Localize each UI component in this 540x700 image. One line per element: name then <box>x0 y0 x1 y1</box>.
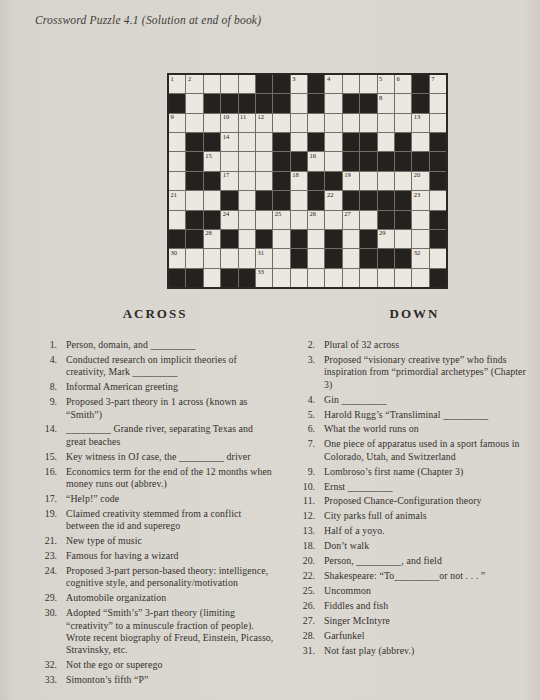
clue-number: 16. <box>35 466 57 491</box>
clue-text: Gin _________ <box>324 394 536 406</box>
white-cell[interactable]: 5 <box>378 75 394 93</box>
white-cell[interactable] <box>239 249 255 267</box>
clue-number: 27. <box>293 615 315 627</box>
clue-item: 4.Gin _________ <box>293 394 536 406</box>
black-cell <box>291 230 307 248</box>
cell-number: 11 <box>240 113 246 121</box>
clue-number: 25. <box>293 585 315 597</box>
white-cell[interactable] <box>325 114 341 132</box>
cell-number: 13 <box>414 113 421 121</box>
white-cell[interactable] <box>360 114 376 132</box>
clue-item: 3.Proposed “visionary creative type” who… <box>293 354 536 391</box>
white-cell[interactable]: 24 <box>221 211 237 229</box>
black-cell <box>360 94 376 112</box>
clue-item: 27.Singer McIntyre <box>293 615 536 627</box>
white-cell[interactable] <box>308 230 324 248</box>
white-cell[interactable] <box>360 269 376 287</box>
black-cell <box>412 94 428 112</box>
black-cell <box>360 249 376 267</box>
white-cell[interactable]: 13 <box>412 114 428 132</box>
black-cell <box>430 133 446 151</box>
clue-text: Not the ego or superego <box>66 659 275 671</box>
white-cell[interactable] <box>325 94 341 112</box>
clue-text: Informal American greeting <box>66 381 275 393</box>
clue-text: One piece of apparatus used in a sport f… <box>324 438 536 463</box>
white-cell[interactable] <box>395 114 411 132</box>
clue-number: 22. <box>293 570 315 582</box>
clue-text: Uncommon <box>324 585 536 597</box>
clue-number: 12. <box>293 510 315 522</box>
white-cell[interactable] <box>291 211 307 229</box>
white-cell[interactable]: 2 <box>186 75 202 93</box>
clue-item: 30.Adopted “Smith’s” 3-part theory (limi… <box>35 607 275 657</box>
white-cell[interactable] <box>204 114 220 132</box>
white-cell[interactable] <box>169 152 185 170</box>
clue-number: 33. <box>35 674 57 686</box>
white-cell[interactable] <box>378 114 394 132</box>
clue-text: Don’t walk <box>324 540 536 552</box>
black-cell <box>308 94 324 112</box>
white-cell[interactable] <box>325 269 341 287</box>
clue-item: 2.Plural of 32 across <box>293 339 536 351</box>
black-cell <box>273 94 289 112</box>
white-cell[interactable] <box>343 230 359 248</box>
clue-text: Harold Rugg’s “Transliminal _________ <box>324 409 536 421</box>
white-cell[interactable]: 26 <box>308 211 324 229</box>
cell-number: 4 <box>327 75 330 83</box>
clue-text: New type of music <box>66 535 275 547</box>
clue-text: Half of a yoyo. <box>324 525 536 537</box>
clue-number: 21. <box>35 535 57 547</box>
clue-number: 32. <box>35 659 57 671</box>
down-section: DOWN 2.Plural of 32 across3.Proposed “vi… <box>293 306 536 659</box>
black-cell <box>395 191 411 209</box>
white-cell[interactable] <box>412 230 428 248</box>
clue-item: 9.Lombroso’s first name (Chapter 3) <box>293 466 536 478</box>
black-cell <box>273 152 289 170</box>
white-cell[interactable] <box>343 269 359 287</box>
white-cell[interactable] <box>308 269 324 287</box>
white-cell[interactable]: 10 <box>221 114 237 132</box>
cell-number: 24 <box>223 210 230 218</box>
white-cell[interactable] <box>343 249 359 267</box>
cell-number: 5 <box>379 75 382 83</box>
white-cell[interactable] <box>204 75 220 93</box>
clue-text: Not fast play (abbrev.) <box>324 645 536 657</box>
white-cell[interactable]: 12 <box>256 114 272 132</box>
clue-text: Shakespeare: “To_________or not . . . ” <box>324 570 536 582</box>
white-cell[interactable]: 21 <box>169 191 185 209</box>
cell-number: 25 <box>275 210 282 218</box>
clue-text: Proposed 3-part person-based theory: int… <box>66 565 275 590</box>
cell-number: 16 <box>310 152 317 160</box>
white-cell[interactable]: 9 <box>169 114 185 132</box>
white-cell[interactable] <box>378 133 394 151</box>
black-cell <box>273 75 289 93</box>
cell-number: 31 <box>257 249 264 257</box>
down-clue-list: 2.Plural of 32 across3.Proposed “visiona… <box>293 339 536 657</box>
white-cell[interactable] <box>256 172 272 190</box>
clue-text: Person, domain, and _________ <box>66 339 275 351</box>
clue-item: 25.Uncommon <box>293 585 536 597</box>
black-cell <box>430 230 446 248</box>
white-cell[interactable]: 32 <box>412 249 428 267</box>
white-cell[interactable] <box>325 133 341 151</box>
clue-number: 3. <box>293 354 315 391</box>
white-cell[interactable]: 7 <box>430 75 446 93</box>
clue-item: 16.Economics term for the end of the 12 … <box>35 466 275 491</box>
clue-number: 8. <box>35 381 57 393</box>
black-cell <box>343 133 359 151</box>
clue-text: Proposed “visionary creative type” who f… <box>324 354 536 391</box>
clue-item: 29.Automobile organization <box>35 592 275 604</box>
white-cell[interactable] <box>186 114 202 132</box>
clue-number: 15. <box>35 451 57 463</box>
white-cell[interactable] <box>256 152 272 170</box>
clue-item: 4.Conducted research on implicit theorie… <box>35 354 275 379</box>
black-cell <box>430 269 446 287</box>
black-cell <box>204 172 220 190</box>
white-cell[interactable] <box>291 269 307 287</box>
cell-number: 33 <box>257 268 264 276</box>
clue-item: 15.Key witness in OJ case, the _________… <box>35 451 275 463</box>
clue-item: 18.Don’t walk <box>293 540 536 552</box>
white-cell[interactable]: 19 <box>343 172 359 190</box>
black-cell <box>395 152 411 170</box>
black-cell <box>169 230 185 248</box>
black-cell <box>169 94 185 112</box>
white-cell[interactable] <box>273 249 289 267</box>
black-cell <box>221 191 237 209</box>
white-cell[interactable] <box>412 133 428 151</box>
white-cell[interactable] <box>378 172 394 190</box>
white-cell[interactable] <box>291 114 307 132</box>
black-cell <box>308 191 324 209</box>
clue-item: 31.Not fast play (abbrev.) <box>293 645 536 657</box>
white-cell[interactable] <box>412 211 428 229</box>
white-cell[interactable] <box>430 249 446 267</box>
white-cell[interactable] <box>239 75 255 93</box>
black-cell <box>204 211 220 229</box>
white-cell[interactable] <box>291 133 307 151</box>
white-cell[interactable] <box>221 249 237 267</box>
clue-text: Automobile organization <box>66 592 275 604</box>
clue-item: 28.Garfunkel <box>293 630 536 642</box>
black-cell <box>343 94 359 112</box>
white-cell[interactable] <box>291 191 307 209</box>
white-cell[interactable] <box>343 75 359 93</box>
black-cell <box>360 133 376 151</box>
black-cell <box>186 230 202 248</box>
white-cell[interactable] <box>204 191 220 209</box>
black-cell <box>395 249 411 267</box>
clue-item: 24.Proposed 3-part person-based theory: … <box>35 565 275 590</box>
white-cell[interactable] <box>412 269 428 287</box>
black-cell <box>221 230 237 248</box>
clue-number: 4. <box>293 394 315 406</box>
black-cell <box>239 94 255 112</box>
clue-item: 12.City parks full of animals <box>293 510 536 522</box>
black-cell <box>221 269 237 287</box>
white-cell[interactable]: 11 <box>239 114 255 132</box>
black-cell <box>169 269 185 287</box>
clue-item: 13.Half of a yoyo. <box>293 525 536 537</box>
white-cell[interactable] <box>169 133 185 151</box>
white-cell[interactable] <box>204 269 220 287</box>
black-cell <box>378 152 394 170</box>
down-header: DOWN <box>293 306 536 322</box>
clue-number: 14. <box>35 423 57 448</box>
cell-number: 14 <box>223 133 230 141</box>
white-cell[interactable] <box>343 114 359 132</box>
clue-text: “Help!” code <box>66 493 275 505</box>
clue-number: 9. <box>35 396 57 421</box>
white-cell[interactable]: 14 <box>221 133 237 151</box>
clue-number: 1. <box>35 339 57 351</box>
white-cell[interactable] <box>169 211 185 229</box>
cell-number: 3 <box>292 75 295 83</box>
black-cell <box>308 133 324 151</box>
cell-number: 2 <box>188 75 191 83</box>
cell-number: 9 <box>171 113 174 121</box>
clue-number: 26. <box>293 600 315 612</box>
white-cell[interactable] <box>186 191 202 209</box>
white-cell[interactable]: 1 <box>169 75 185 93</box>
white-cell[interactable] <box>273 269 289 287</box>
white-cell[interactable] <box>186 249 202 267</box>
white-cell[interactable] <box>239 211 255 229</box>
clue-text: Adopted “Smith’s” 3-part theory (limitin… <box>66 607 275 657</box>
cell-number: 29 <box>379 229 386 237</box>
cell-number: 8 <box>379 94 382 102</box>
white-cell[interactable] <box>239 152 255 170</box>
white-cell[interactable]: 31 <box>256 249 272 267</box>
clue-text: Garfunkel <box>324 630 536 642</box>
white-cell[interactable] <box>360 172 376 190</box>
cell-number: 26 <box>310 210 317 218</box>
across-header: ACROSS <box>35 306 275 322</box>
white-cell[interactable]: 28 <box>204 230 220 248</box>
clue-number: 24. <box>35 565 57 590</box>
clue-number: 7. <box>293 438 315 463</box>
clue-number: 2. <box>293 339 315 351</box>
clue-number: 30. <box>35 607 57 657</box>
clue-text: Singer McIntyre <box>324 615 536 627</box>
black-cell <box>395 133 411 151</box>
clue-item: 21.New type of music <box>35 535 275 547</box>
clue-number: 10. <box>293 481 315 493</box>
black-cell <box>204 94 220 112</box>
black-cell <box>412 152 428 170</box>
across-clue-list: 1.Person, domain, and _________4.Conduct… <box>35 339 275 687</box>
black-cell <box>430 172 446 190</box>
black-cell <box>430 152 446 170</box>
black-cell <box>256 230 272 248</box>
black-cell <box>186 211 202 229</box>
white-cell[interactable] <box>291 94 307 112</box>
clue-number: 20. <box>293 555 315 567</box>
white-cell[interactable] <box>395 172 411 190</box>
clue-text: What the world runs on <box>324 423 536 435</box>
white-cell[interactable]: 25 <box>273 211 289 229</box>
white-cell[interactable] <box>221 152 237 170</box>
clue-text: _________ Grande river, separating Texas… <box>66 423 275 448</box>
clue-number: 19. <box>35 508 57 533</box>
clue-text: City parks full of animals <box>324 510 536 522</box>
clue-item: 5.Harold Rugg’s “Transliminal _________ <box>293 409 536 421</box>
black-cell <box>378 249 394 267</box>
white-cell[interactable] <box>360 75 376 93</box>
cell-number: 10 <box>223 113 230 121</box>
clue-item: 6.What the world runs on <box>293 423 536 435</box>
white-cell[interactable]: 16 <box>308 152 324 170</box>
black-cell <box>360 230 376 248</box>
clue-text: Lombroso’s first name (Chapter 3) <box>324 466 536 478</box>
cell-number: 15 <box>205 152 212 160</box>
clue-number: 18. <box>293 540 315 552</box>
white-cell[interactable] <box>395 94 411 112</box>
white-cell[interactable]: 17 <box>221 172 237 190</box>
cell-number: 23 <box>414 191 421 199</box>
clue-text: Economics term for the end of the 12 mon… <box>66 466 275 491</box>
white-cell[interactable] <box>430 191 446 209</box>
black-cell <box>343 191 359 209</box>
white-cell[interactable] <box>308 114 324 132</box>
cell-number: 12 <box>257 113 264 121</box>
white-cell[interactable] <box>186 94 202 112</box>
cell-number: 17 <box>223 171 230 179</box>
clue-item: 10.Ernst _________ <box>293 481 536 493</box>
white-cell[interactable] <box>325 152 341 170</box>
white-cell[interactable]: 20 <box>412 172 428 190</box>
white-cell[interactable] <box>239 191 255 209</box>
clue-item: 22.Shakespeare: “To_________or not . . .… <box>293 570 536 582</box>
white-cell[interactable] <box>430 114 446 132</box>
clue-number: 23. <box>35 550 57 562</box>
clue-item: 14._________ Grande river, separating Te… <box>35 423 275 448</box>
white-cell[interactable] <box>395 269 411 287</box>
cell-number: 20 <box>414 171 421 179</box>
black-cell <box>256 94 272 112</box>
white-cell[interactable]: 18 <box>291 172 307 190</box>
clue-item: 11.Proposed Chance-Configuration theory <box>293 495 536 507</box>
white-cell[interactable] <box>273 230 289 248</box>
white-cell[interactable]: 3 <box>291 75 307 93</box>
crossword-grid: 1234567891011121314151617181920212223242… <box>167 73 448 289</box>
clue-number: 5. <box>293 409 315 421</box>
clue-text: Plural of 32 across <box>324 339 536 351</box>
cell-number: 21 <box>171 191 178 199</box>
white-cell[interactable]: 27 <box>343 211 359 229</box>
white-cell[interactable] <box>221 75 237 93</box>
clue-text: Conducted research on implicit theories … <box>66 354 275 379</box>
clue-text: Claimed creativity stemmed from a confli… <box>66 508 275 533</box>
white-cell[interactable]: 30 <box>169 249 185 267</box>
cell-number: 30 <box>171 249 178 257</box>
cell-number: 7 <box>431 75 434 83</box>
cell-number: 19 <box>344 171 351 179</box>
clue-text: Person, _________, and field <box>324 555 536 567</box>
black-cell <box>204 133 220 151</box>
black-cell <box>395 211 411 229</box>
white-cell[interactable] <box>239 172 255 190</box>
cell-number: 27 <box>344 210 351 218</box>
clue-item: 17.“Help!” code <box>35 493 275 505</box>
white-cell[interactable] <box>430 94 446 112</box>
clue-text: Key witness in OJ case, the _________ dr… <box>66 451 275 463</box>
white-cell[interactable] <box>169 172 185 190</box>
black-cell <box>186 172 202 190</box>
clue-item: 32.Not the ego or superego <box>35 659 275 671</box>
cell-number: 18 <box>292 171 299 179</box>
black-cell <box>412 75 428 93</box>
white-cell[interactable]: 33 <box>256 269 272 287</box>
clue-number: 9. <box>293 466 315 478</box>
white-cell[interactable]: 15 <box>204 152 220 170</box>
clue-number: 6. <box>293 423 315 435</box>
white-cell[interactable]: 8 <box>378 94 394 112</box>
clue-item: 19.Claimed creativity stemmed from a con… <box>35 508 275 533</box>
white-cell[interactable] <box>239 230 255 248</box>
black-cell <box>221 94 237 112</box>
clue-item: 23.Famous for having a wizard <box>35 550 275 562</box>
black-cell <box>325 172 341 190</box>
white-cell[interactable] <box>273 114 289 132</box>
clue-number: 17. <box>35 493 57 505</box>
black-cell <box>378 191 394 209</box>
white-cell[interactable] <box>256 211 272 229</box>
black-cell <box>360 191 376 209</box>
clue-text: Proposed Chance-Configuration theory <box>324 495 536 507</box>
black-cell <box>256 191 272 209</box>
cell-number: 22 <box>327 191 334 199</box>
black-cell <box>273 172 289 190</box>
clue-number: 31. <box>293 645 315 657</box>
across-section: ACROSS 1.Person, domain, and _________4.… <box>35 306 275 689</box>
clue-item: 26.Fiddles and fish <box>293 600 536 612</box>
white-cell[interactable] <box>360 211 376 229</box>
black-cell <box>325 249 341 267</box>
white-cell[interactable] <box>204 249 220 267</box>
white-cell[interactable]: 23 <box>412 191 428 209</box>
black-cell <box>273 191 289 209</box>
white-cell[interactable]: 22 <box>325 191 341 209</box>
white-cell[interactable] <box>325 211 341 229</box>
clue-item: 1.Person, domain, and _________ <box>35 339 275 351</box>
white-cell[interactable] <box>239 133 255 151</box>
clue-text: Proposed 3-part theory in 1 across (know… <box>66 396 275 421</box>
black-cell <box>291 152 307 170</box>
white-cell[interactable]: 6 <box>395 75 411 93</box>
white-cell[interactable] <box>378 269 394 287</box>
clue-number: 4. <box>35 354 57 379</box>
clue-number: 29. <box>35 592 57 604</box>
white-cell[interactable]: 4 <box>325 75 341 93</box>
black-cell <box>360 152 376 170</box>
cell-number: 32 <box>414 249 421 257</box>
white-cell[interactable] <box>256 133 272 151</box>
black-cell <box>308 172 324 190</box>
cell-number: 6 <box>396 75 399 83</box>
clue-item: 8.Informal American greeting <box>35 381 275 393</box>
cell-number: 28 <box>205 229 212 237</box>
white-cell[interactable]: 29 <box>378 230 394 248</box>
white-cell[interactable] <box>395 230 411 248</box>
black-cell <box>291 249 307 267</box>
white-cell[interactable] <box>308 249 324 267</box>
black-cell <box>308 75 324 93</box>
clue-number: 11. <box>293 495 315 507</box>
